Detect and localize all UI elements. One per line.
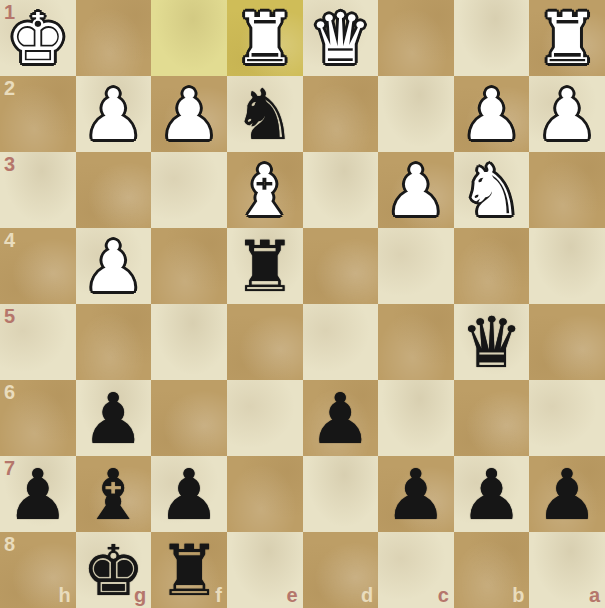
black-pawn[interactable]: ♟ bbox=[536, 457, 599, 532]
square-b3[interactable]: ♞ bbox=[454, 152, 530, 228]
black-rook[interactable]: ♜ bbox=[233, 229, 296, 304]
square-c2[interactable] bbox=[378, 76, 454, 152]
square-b6[interactable] bbox=[454, 380, 530, 456]
square-h5[interactable]: 5 bbox=[0, 304, 76, 380]
white-queen[interactable]: ♛ bbox=[309, 1, 372, 76]
square-d2[interactable] bbox=[303, 76, 379, 152]
white-rook[interactable]: ♜ bbox=[233, 1, 296, 76]
black-pawn[interactable]: ♟ bbox=[6, 457, 69, 532]
square-h2[interactable]: 2 bbox=[0, 76, 76, 152]
white-pawn[interactable]: ♟ bbox=[385, 153, 448, 228]
square-d7[interactable] bbox=[303, 456, 379, 532]
square-g4[interactable]: ♟ bbox=[76, 228, 152, 304]
square-h7[interactable]: ♟7 bbox=[0, 456, 76, 532]
square-a2[interactable]: ♟ bbox=[529, 76, 605, 152]
rank-label-6: 6 bbox=[4, 381, 15, 404]
square-e2[interactable]: ♞ bbox=[227, 76, 303, 152]
square-a1[interactable]: ♜ bbox=[529, 0, 605, 76]
square-a5[interactable] bbox=[529, 304, 605, 380]
square-c5[interactable] bbox=[378, 304, 454, 380]
square-e5[interactable] bbox=[227, 304, 303, 380]
square-f8[interactable]: ♜f bbox=[151, 532, 227, 608]
square-g3[interactable] bbox=[76, 152, 152, 228]
square-g5[interactable] bbox=[76, 304, 152, 380]
white-knight[interactable]: ♞ bbox=[460, 153, 523, 228]
square-g2[interactable]: ♟ bbox=[76, 76, 152, 152]
black-pawn[interactable]: ♟ bbox=[385, 457, 448, 532]
square-f7[interactable]: ♟ bbox=[151, 456, 227, 532]
file-label-a: a bbox=[589, 584, 600, 607]
square-f2[interactable]: ♟ bbox=[151, 76, 227, 152]
square-d4[interactable] bbox=[303, 228, 379, 304]
square-d1[interactable]: ♛ bbox=[303, 0, 379, 76]
square-c7[interactable]: ♟ bbox=[378, 456, 454, 532]
black-rook[interactable]: ♜ bbox=[158, 533, 221, 608]
white-rook[interactable]: ♜ bbox=[536, 1, 599, 76]
square-f6[interactable] bbox=[151, 380, 227, 456]
square-e1[interactable]: ♜ bbox=[227, 0, 303, 76]
square-d5[interactable] bbox=[303, 304, 379, 380]
square-f1[interactable] bbox=[151, 0, 227, 76]
square-f3[interactable] bbox=[151, 152, 227, 228]
rank-label-3: 3 bbox=[4, 153, 15, 176]
file-label-e: e bbox=[286, 584, 297, 607]
square-b1[interactable] bbox=[454, 0, 530, 76]
square-a7[interactable]: ♟ bbox=[529, 456, 605, 532]
square-d3[interactable] bbox=[303, 152, 379, 228]
black-bishop[interactable]: ♝ bbox=[82, 457, 145, 532]
square-a6[interactable] bbox=[529, 380, 605, 456]
square-g1[interactable] bbox=[76, 0, 152, 76]
square-h8[interactable]: 8h bbox=[0, 532, 76, 608]
square-e4[interactable]: ♜ bbox=[227, 228, 303, 304]
square-h6[interactable]: 6 bbox=[0, 380, 76, 456]
white-bishop[interactable]: ♝ bbox=[233, 153, 296, 228]
square-c4[interactable] bbox=[378, 228, 454, 304]
square-f5[interactable] bbox=[151, 304, 227, 380]
square-a8[interactable]: a bbox=[529, 532, 605, 608]
square-b4[interactable] bbox=[454, 228, 530, 304]
square-g8[interactable]: ♚g bbox=[76, 532, 152, 608]
rank-label-4: 4 bbox=[4, 229, 15, 252]
square-e6[interactable] bbox=[227, 380, 303, 456]
square-f4[interactable] bbox=[151, 228, 227, 304]
square-e8[interactable]: e bbox=[227, 532, 303, 608]
square-g7[interactable]: ♝ bbox=[76, 456, 152, 532]
black-king[interactable]: ♚ bbox=[82, 533, 145, 608]
file-label-c: c bbox=[438, 584, 449, 607]
square-d8[interactable]: d bbox=[303, 532, 379, 608]
white-pawn[interactable]: ♟ bbox=[536, 77, 599, 152]
chess-board: ♚1♜♛♜2♟♟♞♟♟3♝♟♞4♟♜5♛6♟♟♟7♝♟♟♟♟8h♚g♜fedcb… bbox=[0, 0, 605, 608]
black-pawn[interactable]: ♟ bbox=[158, 457, 221, 532]
white-king[interactable]: ♚ bbox=[6, 1, 69, 76]
file-label-b: b bbox=[512, 584, 524, 607]
black-knight[interactable]: ♞ bbox=[233, 77, 296, 152]
square-c6[interactable] bbox=[378, 380, 454, 456]
square-e7[interactable] bbox=[227, 456, 303, 532]
square-h4[interactable]: 4 bbox=[0, 228, 76, 304]
square-c1[interactable] bbox=[378, 0, 454, 76]
black-pawn[interactable]: ♟ bbox=[82, 381, 145, 456]
black-pawn[interactable]: ♟ bbox=[460, 457, 523, 532]
square-a4[interactable] bbox=[529, 228, 605, 304]
square-e3[interactable]: ♝ bbox=[227, 152, 303, 228]
square-c3[interactable]: ♟ bbox=[378, 152, 454, 228]
white-pawn[interactable]: ♟ bbox=[82, 77, 145, 152]
rank-label-8: 8 bbox=[4, 533, 15, 556]
file-label-h: h bbox=[58, 584, 70, 607]
square-d6[interactable]: ♟ bbox=[303, 380, 379, 456]
square-g6[interactable]: ♟ bbox=[76, 380, 152, 456]
white-pawn[interactable]: ♟ bbox=[460, 77, 523, 152]
white-pawn[interactable]: ♟ bbox=[158, 77, 221, 152]
square-c8[interactable]: c bbox=[378, 532, 454, 608]
black-queen[interactable]: ♛ bbox=[460, 305, 523, 380]
file-label-d: d bbox=[361, 584, 373, 607]
black-pawn[interactable]: ♟ bbox=[309, 381, 372, 456]
square-b2[interactable]: ♟ bbox=[454, 76, 530, 152]
rank-label-5: 5 bbox=[4, 305, 15, 328]
square-h3[interactable]: 3 bbox=[0, 152, 76, 228]
square-h1[interactable]: ♚1 bbox=[0, 0, 76, 76]
white-pawn[interactable]: ♟ bbox=[82, 229, 145, 304]
square-b7[interactable]: ♟ bbox=[454, 456, 530, 532]
square-b8[interactable]: b bbox=[454, 532, 530, 608]
square-a3[interactable] bbox=[529, 152, 605, 228]
square-b5[interactable]: ♛ bbox=[454, 304, 530, 380]
rank-label-2: 2 bbox=[4, 77, 15, 100]
